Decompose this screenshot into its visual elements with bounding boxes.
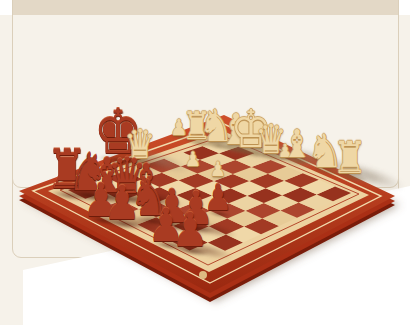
product-photo[interactable]: ♟♜♞♝♚♛♟♝♚♛♟♞♟♜♜♞♝♛♝♟♟♞♟♟♟♟♟: [0, 0, 410, 325]
panel-border-short: [12, 0, 399, 188]
